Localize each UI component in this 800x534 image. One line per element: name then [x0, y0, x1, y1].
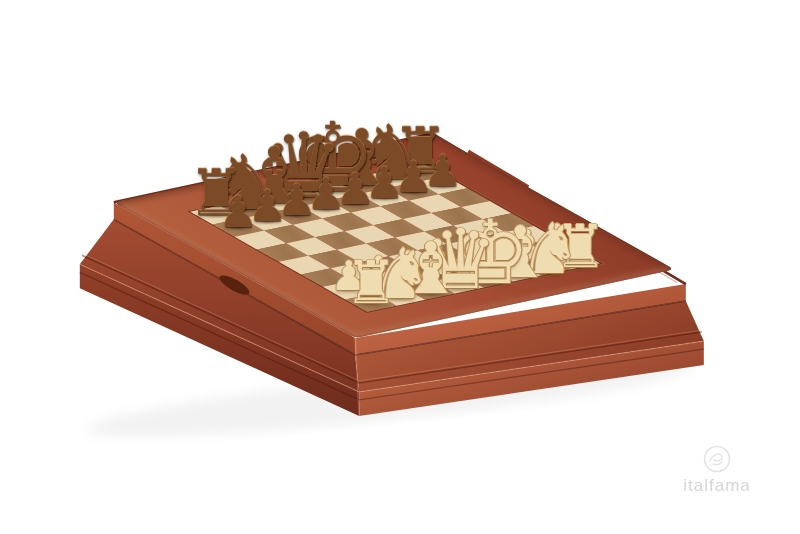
italfama-crest-icon [702, 444, 732, 474]
product-photo-stage: ♜♞♝♛♚♝♞♜♟♟♟♟♟♟♟♟♟♟♟♟♟♟♟♟♜♞♝♛♚♝♞♜ italfam… [0, 0, 800, 534]
watermark: italfama [662, 444, 772, 496]
watermark-text: italfama [662, 476, 772, 496]
